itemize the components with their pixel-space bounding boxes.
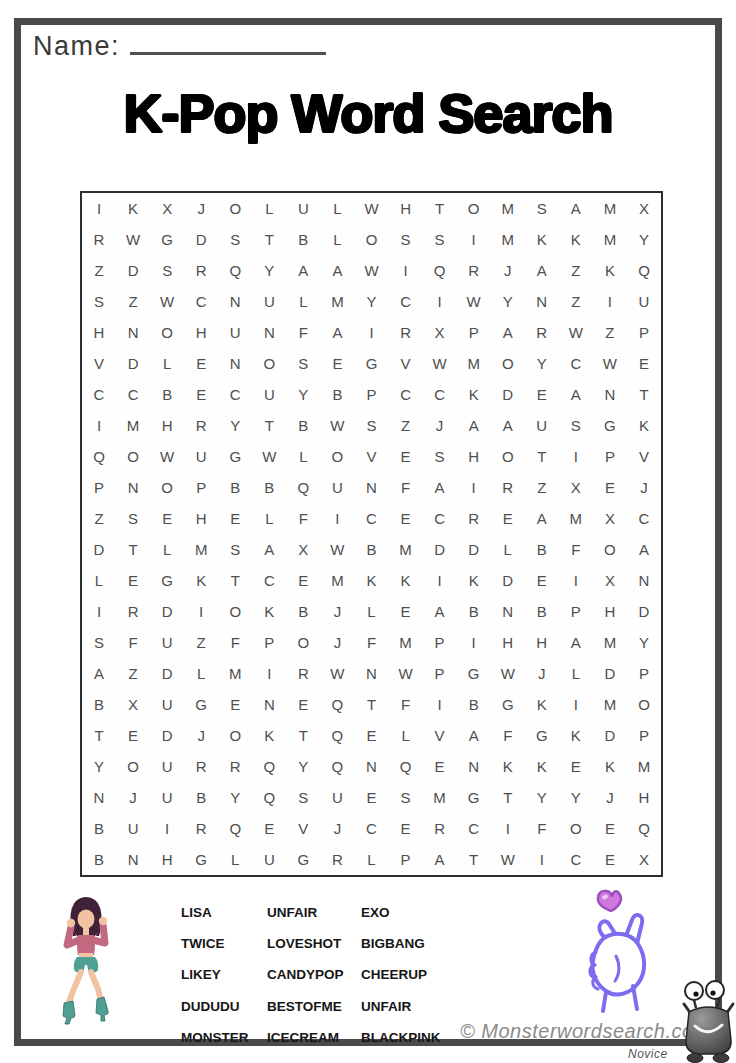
grid-cell[interactable]: E bbox=[491, 503, 525, 534]
grid-cell[interactable]: H bbox=[491, 627, 525, 658]
grid-cell[interactable]: Y bbox=[525, 348, 559, 379]
grid-cell[interactable]: B bbox=[82, 689, 116, 720]
grid-cell[interactable]: S bbox=[423, 224, 457, 255]
grid-cell[interactable]: T bbox=[491, 782, 525, 813]
grid-cell[interactable]: R bbox=[218, 751, 252, 782]
grid-cell[interactable]: H bbox=[389, 193, 423, 224]
grid-cell[interactable]: J bbox=[593, 782, 627, 813]
grid-cell[interactable]: X bbox=[627, 844, 661, 875]
grid-cell[interactable]: I bbox=[457, 472, 491, 503]
grid-cell[interactable]: P bbox=[252, 627, 286, 658]
grid-cell[interactable]: H bbox=[150, 844, 184, 875]
grid-cell[interactable]: X bbox=[559, 472, 593, 503]
grid-cell[interactable]: T bbox=[354, 689, 388, 720]
grid-cell[interactable]: S bbox=[389, 224, 423, 255]
grid-cell[interactable]: S bbox=[116, 503, 150, 534]
grid-cell[interactable]: T bbox=[525, 441, 559, 472]
grid-cell[interactable]: U bbox=[252, 379, 286, 410]
grid-cell[interactable]: L bbox=[559, 658, 593, 689]
grid-cell[interactable]: P bbox=[627, 658, 661, 689]
grid-cell[interactable]: W bbox=[491, 658, 525, 689]
grid-cell[interactable]: L bbox=[184, 658, 218, 689]
grid-cell[interactable]: E bbox=[389, 441, 423, 472]
grid-cell[interactable]: J bbox=[184, 193, 218, 224]
grid-cell[interactable]: U bbox=[218, 317, 252, 348]
grid-cell[interactable]: Y bbox=[627, 627, 661, 658]
grid-cell[interactable]: E bbox=[286, 689, 320, 720]
grid-cell[interactable]: A bbox=[82, 658, 116, 689]
grid-cell[interactable]: O bbox=[252, 348, 286, 379]
grid-cell[interactable]: R bbox=[457, 503, 491, 534]
grid-cell[interactable]: Q bbox=[423, 255, 457, 286]
grid-cell[interactable]: H bbox=[82, 317, 116, 348]
grid-cell[interactable]: W bbox=[150, 441, 184, 472]
grid-cell[interactable]: A bbox=[525, 255, 559, 286]
grid-cell[interactable]: W bbox=[116, 224, 150, 255]
grid-cell[interactable]: H bbox=[525, 627, 559, 658]
grid-cell[interactable]: S bbox=[286, 348, 320, 379]
grid-cell[interactable]: D bbox=[116, 255, 150, 286]
grid-cell[interactable]: V bbox=[423, 720, 457, 751]
grid-cell[interactable]: C bbox=[423, 503, 457, 534]
grid-cell[interactable]: W bbox=[423, 348, 457, 379]
grid-cell[interactable]: P bbox=[593, 441, 627, 472]
grid-cell[interactable]: L bbox=[354, 596, 388, 627]
grid-cell[interactable]: K bbox=[252, 596, 286, 627]
grid-cell[interactable]: X bbox=[150, 193, 184, 224]
grid-cell[interactable]: Q bbox=[627, 813, 661, 844]
grid-cell[interactable]: R bbox=[525, 317, 559, 348]
grid-cell[interactable]: B bbox=[286, 224, 320, 255]
grid-cell[interactable]: O bbox=[116, 751, 150, 782]
grid-cell[interactable]: F bbox=[389, 689, 423, 720]
grid-cell[interactable]: F bbox=[491, 720, 525, 751]
grid-cell[interactable]: P bbox=[423, 658, 457, 689]
grid-cell[interactable]: L bbox=[82, 565, 116, 596]
grid-cell[interactable]: W bbox=[252, 441, 286, 472]
grid-cell[interactable]: M bbox=[593, 224, 627, 255]
grid-cell[interactable]: Y bbox=[491, 286, 525, 317]
grid-cell[interactable]: U bbox=[252, 286, 286, 317]
grid-cell[interactable]: W bbox=[150, 286, 184, 317]
grid-cell[interactable]: O bbox=[491, 441, 525, 472]
grid-cell[interactable]: G bbox=[457, 782, 491, 813]
grid-cell[interactable]: L bbox=[320, 224, 354, 255]
grid-cell[interactable]: E bbox=[150, 503, 184, 534]
grid-cell[interactable]: D bbox=[593, 658, 627, 689]
grid-cell[interactable]: D bbox=[491, 379, 525, 410]
grid-cell[interactable]: A bbox=[286, 255, 320, 286]
grid-cell[interactable]: Y bbox=[82, 751, 116, 782]
grid-cell[interactable]: O bbox=[491, 348, 525, 379]
grid-cell[interactable]: M bbox=[593, 193, 627, 224]
grid-cell[interactable]: Y bbox=[627, 224, 661, 255]
grid-cell[interactable]: K bbox=[116, 193, 150, 224]
grid-cell[interactable]: P bbox=[184, 472, 218, 503]
grid-cell[interactable]: K bbox=[525, 689, 559, 720]
grid-cell[interactable]: O bbox=[150, 472, 184, 503]
grid-cell[interactable]: E bbox=[389, 596, 423, 627]
grid-cell[interactable]: Z bbox=[116, 286, 150, 317]
grid-cell[interactable]: X bbox=[627, 193, 661, 224]
grid-cell[interactable]: I bbox=[252, 658, 286, 689]
grid-cell[interactable]: U bbox=[116, 813, 150, 844]
grid-cell[interactable]: P bbox=[423, 627, 457, 658]
grid-cell[interactable]: C bbox=[82, 379, 116, 410]
grid-cell[interactable]: W bbox=[320, 410, 354, 441]
grid-cell[interactable]: P bbox=[457, 317, 491, 348]
grid-cell[interactable]: S bbox=[82, 627, 116, 658]
grid-cell[interactable]: N bbox=[354, 472, 388, 503]
grid-cell[interactable]: C bbox=[423, 379, 457, 410]
grid-cell[interactable]: J bbox=[320, 813, 354, 844]
grid-cell[interactable]: J bbox=[627, 472, 661, 503]
grid-cell[interactable]: D bbox=[593, 720, 627, 751]
grid-cell[interactable]: D bbox=[423, 534, 457, 565]
grid-cell[interactable]: W bbox=[593, 348, 627, 379]
grid-cell[interactable]: J bbox=[320, 596, 354, 627]
grid-cell[interactable]: E bbox=[320, 348, 354, 379]
grid-cell[interactable]: O bbox=[150, 317, 184, 348]
grid-cell[interactable]: X bbox=[423, 317, 457, 348]
grid-cell[interactable]: C bbox=[354, 813, 388, 844]
grid-cell[interactable]: N bbox=[354, 658, 388, 689]
grid-cell[interactable]: S bbox=[218, 224, 252, 255]
grid-cell[interactable]: P bbox=[627, 720, 661, 751]
grid-cell[interactable]: A bbox=[320, 317, 354, 348]
grid-cell[interactable]: D bbox=[184, 224, 218, 255]
grid-cell[interactable]: B bbox=[354, 534, 388, 565]
grid-cell[interactable]: L bbox=[354, 844, 388, 875]
grid-cell[interactable]: Q bbox=[252, 782, 286, 813]
grid-cell[interactable]: T bbox=[82, 720, 116, 751]
grid-cell[interactable]: M bbox=[491, 224, 525, 255]
grid-cell[interactable]: J bbox=[320, 627, 354, 658]
grid-cell[interactable]: Z bbox=[559, 255, 593, 286]
grid-cell[interactable]: I bbox=[559, 565, 593, 596]
grid-cell[interactable]: U bbox=[320, 472, 354, 503]
grid-cell[interactable]: D bbox=[150, 720, 184, 751]
grid-cell[interactable]: E bbox=[423, 751, 457, 782]
grid-cell[interactable]: E bbox=[184, 348, 218, 379]
grid-cell[interactable]: X bbox=[116, 689, 150, 720]
grid-cell[interactable]: C bbox=[218, 379, 252, 410]
grid-cell[interactable]: U bbox=[320, 782, 354, 813]
grid-cell[interactable]: H bbox=[627, 782, 661, 813]
grid-cell[interactable]: I bbox=[423, 565, 457, 596]
grid-cell[interactable]: E bbox=[218, 503, 252, 534]
grid-cell[interactable]: E bbox=[354, 720, 388, 751]
grid-cell[interactable]: I bbox=[593, 286, 627, 317]
grid-cell[interactable]: L bbox=[286, 441, 320, 472]
grid-cell[interactable]: R bbox=[184, 813, 218, 844]
grid-cell[interactable]: T bbox=[116, 534, 150, 565]
grid-cell[interactable]: O bbox=[320, 441, 354, 472]
grid-cell[interactable]: G bbox=[218, 441, 252, 472]
grid-cell[interactable]: T bbox=[218, 565, 252, 596]
grid-cell[interactable]: Q bbox=[320, 720, 354, 751]
grid-cell[interactable]: I bbox=[184, 596, 218, 627]
grid-cell[interactable]: N bbox=[627, 565, 661, 596]
grid-cell[interactable]: N bbox=[525, 286, 559, 317]
grid-cell[interactable]: G bbox=[457, 658, 491, 689]
grid-cell[interactable]: I bbox=[389, 255, 423, 286]
grid-cell[interactable]: R bbox=[116, 596, 150, 627]
grid-cell[interactable]: C bbox=[389, 379, 423, 410]
grid-cell[interactable]: K bbox=[525, 224, 559, 255]
grid-cell[interactable]: M bbox=[423, 782, 457, 813]
grid-cell[interactable]: C bbox=[389, 286, 423, 317]
name-input-line[interactable] bbox=[130, 28, 326, 55]
grid-cell[interactable]: F bbox=[559, 534, 593, 565]
grid-cell[interactable]: X bbox=[593, 565, 627, 596]
grid-cell[interactable]: A bbox=[559, 627, 593, 658]
grid-cell[interactable]: L bbox=[320, 193, 354, 224]
grid-cell[interactable]: M bbox=[389, 627, 423, 658]
grid-cell[interactable]: Y bbox=[559, 782, 593, 813]
grid-cell[interactable]: E bbox=[525, 379, 559, 410]
grid-cell[interactable]: O bbox=[627, 689, 661, 720]
grid-cell[interactable]: J bbox=[525, 658, 559, 689]
grid-cell[interactable]: Z bbox=[389, 410, 423, 441]
grid-cell[interactable]: H bbox=[593, 596, 627, 627]
grid-cell[interactable]: O bbox=[218, 596, 252, 627]
grid-cell[interactable]: U bbox=[627, 286, 661, 317]
grid-cell[interactable]: M bbox=[627, 751, 661, 782]
grid-cell[interactable]: Q bbox=[252, 751, 286, 782]
grid-cell[interactable]: E bbox=[116, 720, 150, 751]
grid-cell[interactable]: R bbox=[82, 224, 116, 255]
grid-cell[interactable]: M bbox=[457, 348, 491, 379]
grid-cell[interactable]: F bbox=[116, 627, 150, 658]
grid-cell[interactable]: Q bbox=[218, 255, 252, 286]
grid-cell[interactable]: N bbox=[354, 751, 388, 782]
grid-cell[interactable]: K bbox=[389, 565, 423, 596]
grid-cell[interactable]: G bbox=[286, 844, 320, 875]
grid-cell[interactable]: G bbox=[184, 689, 218, 720]
grid-cell[interactable]: K bbox=[184, 565, 218, 596]
grid-cell[interactable]: I bbox=[82, 596, 116, 627]
grid-cell[interactable]: R bbox=[491, 472, 525, 503]
grid-cell[interactable]: Q bbox=[218, 813, 252, 844]
grid-cell[interactable]: G bbox=[491, 689, 525, 720]
grid-cell[interactable]: B bbox=[457, 596, 491, 627]
grid-cell[interactable]: U bbox=[525, 410, 559, 441]
grid-cell[interactable]: B bbox=[457, 689, 491, 720]
grid-cell[interactable]: V bbox=[354, 441, 388, 472]
grid-cell[interactable]: Z bbox=[82, 503, 116, 534]
grid-cell[interactable]: W bbox=[354, 255, 388, 286]
grid-cell[interactable]: C bbox=[559, 844, 593, 875]
grid-cell[interactable]: E bbox=[593, 813, 627, 844]
grid-cell[interactable]: X bbox=[286, 534, 320, 565]
grid-cell[interactable]: E bbox=[389, 813, 423, 844]
grid-cell[interactable]: B bbox=[525, 596, 559, 627]
grid-cell[interactable]: N bbox=[593, 379, 627, 410]
grid-cell[interactable]: A bbox=[457, 410, 491, 441]
grid-cell[interactable]: O bbox=[354, 224, 388, 255]
grid-cell[interactable]: Y bbox=[218, 410, 252, 441]
grid-cell[interactable]: J bbox=[184, 720, 218, 751]
grid-cell[interactable]: D bbox=[82, 534, 116, 565]
grid-cell[interactable]: O bbox=[457, 193, 491, 224]
grid-cell[interactable]: A bbox=[423, 844, 457, 875]
grid-cell[interactable]: I bbox=[423, 286, 457, 317]
grid-cell[interactable]: G bbox=[593, 410, 627, 441]
grid-cell[interactable]: N bbox=[252, 317, 286, 348]
grid-cell[interactable]: A bbox=[525, 503, 559, 534]
grid-cell[interactable]: A bbox=[252, 534, 286, 565]
grid-cell[interactable]: L bbox=[389, 720, 423, 751]
grid-cell[interactable]: I bbox=[82, 193, 116, 224]
grid-cell[interactable]: F bbox=[286, 503, 320, 534]
grid-cell[interactable]: M bbox=[184, 534, 218, 565]
grid-cell[interactable]: T bbox=[252, 224, 286, 255]
grid-cell[interactable]: H bbox=[184, 317, 218, 348]
grid-cell[interactable]: F bbox=[218, 627, 252, 658]
grid-cell[interactable]: R bbox=[457, 255, 491, 286]
grid-cell[interactable]: B bbox=[320, 379, 354, 410]
grid-cell[interactable]: K bbox=[525, 751, 559, 782]
grid-cell[interactable]: A bbox=[627, 534, 661, 565]
grid-cell[interactable]: E bbox=[252, 813, 286, 844]
grid-cell[interactable]: F bbox=[286, 317, 320, 348]
grid-cell[interactable]: K bbox=[457, 565, 491, 596]
grid-cell[interactable]: I bbox=[491, 813, 525, 844]
grid-cell[interactable]: P bbox=[354, 379, 388, 410]
grid-cell[interactable]: T bbox=[627, 379, 661, 410]
grid-cell[interactable]: Q bbox=[389, 751, 423, 782]
grid-cell[interactable]: M bbox=[389, 534, 423, 565]
grid-cell[interactable]: O bbox=[218, 193, 252, 224]
grid-cell[interactable]: O bbox=[559, 813, 593, 844]
grid-cell[interactable]: N bbox=[116, 472, 150, 503]
grid-cell[interactable]: L bbox=[252, 503, 286, 534]
grid-cell[interactable]: I bbox=[354, 317, 388, 348]
grid-cell[interactable]: U bbox=[150, 751, 184, 782]
grid-cell[interactable]: R bbox=[184, 255, 218, 286]
grid-cell[interactable]: S bbox=[354, 410, 388, 441]
grid-cell[interactable]: J bbox=[491, 255, 525, 286]
grid-cell[interactable]: A bbox=[559, 193, 593, 224]
grid-cell[interactable]: D bbox=[457, 534, 491, 565]
grid-cell[interactable]: D bbox=[116, 348, 150, 379]
grid-cell[interactable]: K bbox=[627, 410, 661, 441]
grid-cell[interactable]: I bbox=[320, 503, 354, 534]
grid-cell[interactable]: B bbox=[252, 472, 286, 503]
grid-cell[interactable]: B bbox=[525, 534, 559, 565]
grid-cell[interactable]: Z bbox=[116, 658, 150, 689]
grid-cell[interactable]: Y bbox=[218, 782, 252, 813]
grid-cell[interactable]: I bbox=[423, 689, 457, 720]
grid-cell[interactable]: I bbox=[457, 627, 491, 658]
grid-cell[interactable]: H bbox=[150, 410, 184, 441]
grid-cell[interactable]: V bbox=[389, 348, 423, 379]
grid-cell[interactable]: Q bbox=[320, 689, 354, 720]
grid-cell[interactable]: Y bbox=[525, 782, 559, 813]
grid-cell[interactable]: U bbox=[252, 844, 286, 875]
grid-cell[interactable]: K bbox=[354, 565, 388, 596]
grid-cell[interactable]: E bbox=[627, 348, 661, 379]
grid-cell[interactable]: C bbox=[354, 503, 388, 534]
grid-cell[interactable]: U bbox=[150, 627, 184, 658]
grid-cell[interactable]: W bbox=[389, 658, 423, 689]
grid-cell[interactable]: B bbox=[150, 379, 184, 410]
grid-cell[interactable]: L bbox=[491, 534, 525, 565]
grid-cell[interactable]: E bbox=[354, 782, 388, 813]
grid-cell[interactable]: Q bbox=[320, 751, 354, 782]
grid-cell[interactable]: M bbox=[116, 410, 150, 441]
grid-cell[interactable]: Y bbox=[286, 379, 320, 410]
grid-cell[interactable]: R bbox=[184, 410, 218, 441]
grid-cell[interactable]: Z bbox=[184, 627, 218, 658]
grid-cell[interactable]: W bbox=[559, 317, 593, 348]
grid-cell[interactable]: P bbox=[389, 844, 423, 875]
grid-cell[interactable]: S bbox=[82, 286, 116, 317]
grid-cell[interactable]: G bbox=[354, 348, 388, 379]
grid-cell[interactable]: F bbox=[525, 813, 559, 844]
grid-cell[interactable]: E bbox=[286, 565, 320, 596]
grid-cell[interactable]: A bbox=[320, 255, 354, 286]
grid-cell[interactable]: P bbox=[627, 317, 661, 348]
grid-cell[interactable]: A bbox=[457, 720, 491, 751]
grid-cell[interactable]: A bbox=[423, 472, 457, 503]
grid-cell[interactable]: M bbox=[320, 565, 354, 596]
grid-cell[interactable]: Q bbox=[82, 441, 116, 472]
grid-cell[interactable]: M bbox=[593, 689, 627, 720]
grid-cell[interactable]: B bbox=[82, 844, 116, 875]
grid-cell[interactable]: R bbox=[184, 751, 218, 782]
grid-cell[interactable]: K bbox=[457, 379, 491, 410]
grid-cell[interactable]: B bbox=[82, 813, 116, 844]
grid-cell[interactable]: R bbox=[320, 844, 354, 875]
grid-cell[interactable]: Y bbox=[354, 286, 388, 317]
grid-cell[interactable]: I bbox=[525, 844, 559, 875]
grid-cell[interactable]: Y bbox=[286, 751, 320, 782]
grid-cell[interactable]: G bbox=[525, 720, 559, 751]
grid-cell[interactable]: M bbox=[320, 286, 354, 317]
grid-cell[interactable]: R bbox=[286, 658, 320, 689]
grid-cell[interactable]: C bbox=[457, 813, 491, 844]
grid-cell[interactable]: Z bbox=[593, 317, 627, 348]
grid-cell[interactable]: D bbox=[627, 596, 661, 627]
grid-cell[interactable]: L bbox=[150, 534, 184, 565]
grid-cell[interactable]: L bbox=[150, 348, 184, 379]
grid-cell[interactable]: H bbox=[457, 441, 491, 472]
grid-cell[interactable]: E bbox=[593, 844, 627, 875]
grid-cell[interactable]: U bbox=[286, 193, 320, 224]
grid-cell[interactable]: V bbox=[82, 348, 116, 379]
grid-cell[interactable]: O bbox=[593, 534, 627, 565]
grid-cell[interactable]: Z bbox=[559, 286, 593, 317]
grid-cell[interactable]: Y bbox=[252, 255, 286, 286]
grid-cell[interactable]: L bbox=[286, 286, 320, 317]
grid-cell[interactable]: E bbox=[116, 565, 150, 596]
grid-cell[interactable]: G bbox=[150, 565, 184, 596]
grid-cell[interactable]: I bbox=[559, 689, 593, 720]
grid-cell[interactable]: K bbox=[559, 224, 593, 255]
grid-cell[interactable]: S bbox=[286, 782, 320, 813]
grid-cell[interactable]: K bbox=[491, 751, 525, 782]
grid-cell[interactable]: E bbox=[389, 503, 423, 534]
grid-cell[interactable]: A bbox=[491, 410, 525, 441]
grid-cell[interactable]: E bbox=[218, 689, 252, 720]
grid-cell[interactable]: S bbox=[525, 193, 559, 224]
grid-cell[interactable]: G bbox=[184, 844, 218, 875]
grid-cell[interactable]: A bbox=[491, 317, 525, 348]
grid-cell[interactable]: C bbox=[116, 379, 150, 410]
grid-cell[interactable]: N bbox=[491, 596, 525, 627]
